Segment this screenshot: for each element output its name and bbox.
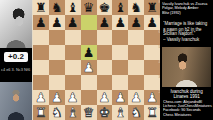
black-pawn: ♟: [114, 16, 126, 29]
white-knight: ♞: [51, 106, 63, 119]
square-e4[interactable]: [97, 60, 113, 75]
left-sidebar: +0.2 c4 e6 3. Nc3 Nf6: [0, 0, 32, 120]
black-pawn: ♟: [35, 16, 47, 29]
black-bishop: ♝: [114, 1, 126, 14]
square-e1[interactable]: ♚: [97, 105, 113, 120]
white-pawn: ♟: [99, 91, 111, 104]
white-pawn: ♟: [114, 91, 126, 104]
square-b4[interactable]: [49, 60, 65, 75]
black-rook: ♜: [35, 1, 47, 14]
square-g6[interactable]: [128, 30, 144, 45]
square-h1[interactable]: ♜1: [144, 105, 160, 120]
ivanchuk-quote: “Marriage is like taking a pawn on b2 in…: [163, 21, 212, 41]
square-a8[interactable]: ♜: [33, 0, 49, 15]
square-e7[interactable]: ♟: [97, 15, 113, 30]
white-bishop: ♝: [67, 106, 79, 119]
white-pawn: ♟: [51, 91, 63, 104]
square-a7[interactable]: ♟: [33, 15, 49, 30]
white-pawn: ♟: [67, 91, 79, 104]
square-f1[interactable]: ♝: [112, 105, 128, 120]
black-pawn: ♟: [67, 16, 79, 29]
square-d7[interactable]: [81, 15, 97, 30]
square-b2[interactable]: ♟: [49, 90, 65, 105]
square-c8[interactable]: ♝: [65, 0, 81, 15]
white-rook: ♜: [35, 106, 47, 119]
black-pawn: ♟: [146, 16, 158, 29]
square-b1[interactable]: ♞: [49, 105, 65, 120]
black-pawn: ♟: [99, 16, 111, 29]
square-c4[interactable]: [65, 60, 81, 75]
square-d5[interactable]: ♟: [81, 45, 97, 60]
square-d3[interactable]: [81, 75, 97, 90]
game-title: Vassily Ivanchuk vs Zsuzsa Polgar, Melod…: [162, 2, 213, 15]
square-d1[interactable]: ♛: [81, 105, 97, 120]
square-h2[interactable]: ♟2: [144, 90, 160, 105]
square-g3[interactable]: [128, 75, 144, 90]
square-f6[interactable]: [112, 30, 128, 45]
photo-zsuzsa-polgar: [0, 0, 32, 48]
black-pawn: ♟: [83, 46, 95, 59]
game-title-line: Blitz (1992): [162, 11, 213, 15]
square-a6[interactable]: [33, 30, 49, 45]
square-g1[interactable]: ♞: [128, 105, 144, 120]
square-f4[interactable]: [112, 60, 128, 75]
square-e8[interactable]: ♚: [97, 0, 113, 15]
square-f3[interactable]: [112, 75, 128, 90]
square-f5[interactable]: [112, 45, 128, 60]
white-pawn: ♟: [130, 91, 142, 104]
square-g8[interactable]: ♞: [128, 0, 144, 15]
square-h5[interactable]: 5: [144, 45, 160, 60]
social-links: Chess.com: AlejandroBl Lichess: JustChes…: [163, 100, 213, 117]
white-king: ♚: [99, 106, 111, 119]
white-bishop: ♝: [114, 106, 126, 119]
square-d6[interactable]: [81, 30, 97, 45]
white-queen: ♛: [83, 106, 95, 119]
square-h7[interactable]: ♟7: [144, 15, 160, 30]
square-f2[interactable]: ♟: [112, 90, 128, 105]
square-c7[interactable]: ♟: [65, 15, 81, 30]
black-bishop: ♝: [67, 1, 79, 14]
photo-caption-line: Linares 1991: [160, 94, 213, 99]
black-pawn: ♟: [51, 16, 63, 29]
square-e2[interactable]: ♟: [97, 90, 113, 105]
white-rook: ♜: [146, 106, 158, 119]
square-b6[interactable]: [49, 30, 65, 45]
black-queen: ♛: [83, 1, 95, 14]
square-g5[interactable]: [128, 45, 144, 60]
white-pawn: ♟: [146, 91, 158, 104]
square-h8[interactable]: ♜8: [144, 0, 160, 15]
square-g7[interactable]: ♟: [128, 15, 144, 30]
square-b5[interactable]: [49, 45, 65, 60]
square-c3[interactable]: [65, 75, 81, 90]
square-a1[interactable]: ♜: [33, 105, 49, 120]
square-a5[interactable]: [33, 45, 49, 60]
square-c2[interactable]: ♟: [65, 90, 81, 105]
square-d4[interactable]: ♟: [81, 60, 97, 75]
square-b7[interactable]: ♟: [49, 15, 65, 30]
square-b3[interactable]: [49, 75, 65, 90]
square-h6[interactable]: 6: [144, 30, 160, 45]
square-b8[interactable]: ♞: [49, 0, 65, 15]
square-a3[interactable]: [33, 75, 49, 90]
photo-caption: Ivanchuk during Linares 1991: [160, 89, 213, 99]
square-d2[interactable]: [81, 90, 97, 105]
square-c1[interactable]: ♝: [65, 105, 81, 120]
info-panel: Vassily Ivanchuk vs Zsuzsa Polgar, Melod…: [160, 0, 213, 120]
video-frame: +0.2 c4 e6 3. Nc3 Nf6 ♜♞♝♛♚♝♞♜8♟♟♟♟♟♟♟76…: [0, 0, 213, 120]
white-pawn: ♟: [35, 91, 47, 104]
square-f8[interactable]: ♝: [112, 0, 128, 15]
square-d8[interactable]: ♛: [81, 0, 97, 15]
social-line-facebook2: Chess Miniatures: [163, 112, 213, 116]
square-c6[interactable]: [65, 30, 81, 45]
eval-score-badge: +0.2: [4, 52, 28, 62]
square-g4[interactable]: [128, 60, 144, 75]
square-a2[interactable]: ♟: [33, 90, 49, 105]
square-c5[interactable]: [65, 45, 81, 60]
engine-line-text: c4 e6 3. Nc3 Nf6: [1, 68, 32, 73]
white-pawn: ♟: [83, 61, 95, 74]
engine-eval-panel: +0.2 c4 e6 3. Nc3 Nf6: [0, 48, 32, 82]
photo-ivanchuk-suit: [0, 82, 32, 120]
black-knight: ♞: [130, 1, 142, 14]
black-rook: ♜: [146, 1, 158, 14]
square-e3[interactable]: [97, 75, 113, 90]
black-king: ♚: [99, 1, 111, 14]
chess-board[interactable]: ♜♞♝♛♚♝♞♜8♟♟♟♟♟♟♟76♟5♟43♟♟♟♟♟♟♟2♜♞♝♛♚♝♞♜1: [32, 0, 160, 120]
quote-attribution: – Vassily Ivanchuk: [163, 36, 212, 41]
photo-ivanchuk-linares: [162, 47, 211, 87]
square-g2[interactable]: ♟: [128, 90, 144, 105]
square-e5[interactable]: [97, 45, 113, 60]
white-knight: ♞: [130, 106, 142, 119]
square-f7[interactable]: ♟: [112, 15, 128, 30]
square-h4[interactable]: 4: [144, 60, 160, 75]
quote-line: “Marriage is like taking: [163, 21, 212, 26]
black-knight: ♞: [51, 1, 63, 14]
square-h3[interactable]: 3: [144, 75, 160, 90]
black-pawn: ♟: [130, 16, 142, 29]
square-a4[interactable]: [33, 60, 49, 75]
square-e6[interactable]: [97, 30, 113, 45]
